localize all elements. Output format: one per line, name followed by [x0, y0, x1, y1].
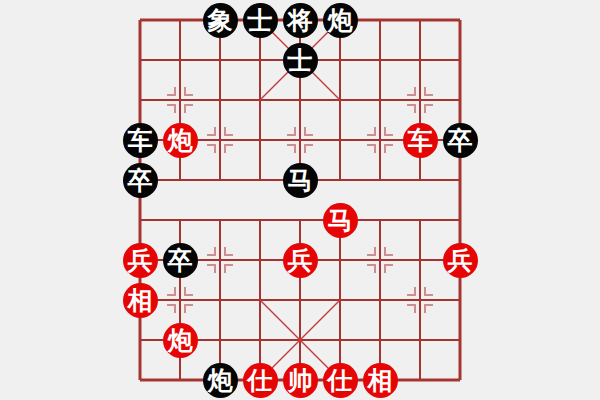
- piece-glyph: 马: [283, 163, 318, 198]
- piece-glyph: 士: [243, 3, 278, 38]
- piece-glyph: 象: [203, 3, 238, 38]
- xiangqi-board: 象士将炮士车炮车卒卒马马兵卒兵兵相炮炮仕帅仕相: [0, 0, 600, 400]
- piece-red-advisor[interactable]: 仕: [320, 360, 360, 400]
- piece-red-chariot[interactable]: 车: [400, 120, 440, 160]
- piece-glyph: 相: [363, 363, 398, 398]
- piece-red-horse[interactable]: 马: [320, 200, 360, 240]
- piece-glyph: 炮: [163, 323, 198, 358]
- piece-glyph: 炮: [323, 3, 358, 38]
- piece-glyph: 卒: [443, 123, 478, 158]
- piece-red-elephant[interactable]: 相: [360, 360, 400, 400]
- piece-glyph: 兵: [123, 243, 158, 278]
- piece-glyph: 将: [283, 3, 318, 38]
- piece-black-chariot[interactable]: 车: [120, 120, 160, 160]
- piece-glyph: 兵: [283, 243, 318, 278]
- piece-red-pawn[interactable]: 兵: [440, 240, 480, 280]
- piece-black-cannon[interactable]: 炮: [320, 0, 360, 40]
- piece-black-pawn[interactable]: 卒: [160, 240, 200, 280]
- piece-red-elephant[interactable]: 相: [120, 280, 160, 320]
- piece-glyph: 卒: [163, 243, 198, 278]
- piece-black-elephant[interactable]: 象: [200, 0, 240, 40]
- piece-glyph: 兵: [443, 243, 478, 278]
- piece-glyph: 仕: [323, 363, 358, 398]
- piece-black-cannon[interactable]: 炮: [200, 360, 240, 400]
- piece-red-cannon[interactable]: 炮: [160, 320, 200, 360]
- piece-glyph: 卒: [123, 163, 158, 198]
- piece-black-advisor[interactable]: 士: [240, 0, 280, 40]
- piece-glyph: 相: [123, 283, 158, 318]
- piece-glyph: 车: [123, 123, 158, 158]
- piece-glyph: 炮: [163, 123, 198, 158]
- piece-glyph: 仕: [243, 363, 278, 398]
- piece-red-king[interactable]: 帅: [280, 360, 320, 400]
- piece-black-general[interactable]: 将: [280, 0, 320, 40]
- board-intersections: 象士将炮士车炮车卒卒马马兵卒兵兵相炮炮仕帅仕相: [120, 0, 480, 400]
- piece-black-pawn[interactable]: 卒: [120, 160, 160, 200]
- piece-glyph: 士: [283, 43, 318, 78]
- piece-red-cannon[interactable]: 炮: [160, 120, 200, 160]
- piece-glyph: 车: [403, 123, 438, 158]
- piece-black-horse[interactable]: 马: [280, 160, 320, 200]
- piece-glyph: 马: [323, 203, 358, 238]
- piece-black-pawn[interactable]: 卒: [440, 120, 480, 160]
- piece-glyph: 帅: [283, 363, 318, 398]
- piece-black-advisor[interactable]: 士: [280, 40, 320, 80]
- piece-red-advisor[interactable]: 仕: [240, 360, 280, 400]
- piece-red-pawn[interactable]: 兵: [280, 240, 320, 280]
- piece-glyph: 炮: [203, 363, 238, 398]
- piece-red-pawn[interactable]: 兵: [120, 240, 160, 280]
